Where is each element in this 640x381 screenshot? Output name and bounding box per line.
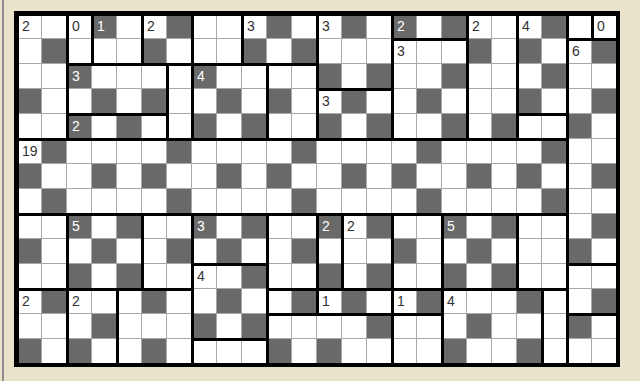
shaded-cell[interactable] [442,14,467,39]
white-cell[interactable] [592,139,617,164]
shaded-cell[interactable] [167,189,192,214]
shaded-cell[interactable] [217,164,242,189]
white-cell[interactable] [542,39,567,64]
white-cell[interactable] [67,89,92,114]
shaded-cell[interactable] [17,164,42,189]
white-cell[interactable] [392,214,417,239]
white-cell[interactable] [17,189,42,214]
white-cell[interactable] [42,214,67,239]
shaded-cell[interactable]: 5 [67,214,92,239]
white-cell[interactable] [467,289,492,314]
white-cell[interactable] [292,114,317,139]
shaded-cell[interactable] [167,14,192,39]
shaded-cell[interactable] [567,114,592,139]
white-cell[interactable] [442,239,467,264]
white-cell[interactable] [192,189,217,214]
shaded-cell[interactable]: 2 [392,14,417,39]
white-cell[interactable] [417,64,442,89]
white-cell[interactable] [392,64,417,89]
white-cell[interactable] [317,139,342,164]
white-cell[interactable] [467,114,492,139]
white-cell[interactable] [242,289,267,314]
shaded-cell[interactable] [517,289,542,314]
white-cell[interactable] [42,89,67,114]
white-cell[interactable] [317,39,342,64]
white-cell[interactable] [442,89,467,114]
white-cell[interactable] [417,114,442,139]
shaded-cell[interactable] [42,189,67,214]
shaded-cell[interactable] [192,114,217,139]
white-cell[interactable] [542,89,567,114]
white-cell[interactable] [367,164,392,189]
shaded-cell[interactable] [492,264,517,289]
white-cell[interactable]: 3 [242,14,267,39]
white-cell[interactable]: 3 [392,39,417,64]
shaded-cell[interactable] [92,239,117,264]
white-cell[interactable] [142,114,167,139]
white-cell[interactable] [342,139,367,164]
shaded-cell[interactable] [492,114,517,139]
white-cell[interactable] [67,39,92,64]
shaded-cell[interactable] [142,89,167,114]
white-cell[interactable] [342,314,367,339]
white-cell[interactable]: 2 [467,14,492,39]
white-cell[interactable]: 19 [17,139,42,164]
white-cell[interactable] [92,39,117,64]
shaded-cell[interactable] [417,89,442,114]
white-cell[interactable] [417,39,442,64]
shaded-cell[interactable] [442,64,467,89]
white-cell[interactable] [117,164,142,189]
shaded-cell[interactable] [317,339,342,364]
white-cell[interactable] [567,89,592,114]
white-cell[interactable] [192,339,217,364]
white-cell[interactable] [592,339,617,364]
white-cell[interactable] [492,14,517,39]
white-cell[interactable] [367,289,392,314]
white-cell[interactable] [517,114,542,139]
white-cell[interactable]: 0 [592,14,617,39]
white-cell[interactable] [267,314,292,339]
white-cell[interactable] [292,339,317,364]
shaded-cell[interactable] [292,189,317,214]
white-cell[interactable] [367,14,392,39]
shaded-cell[interactable] [242,264,267,289]
white-cell[interactable] [267,189,292,214]
white-cell[interactable] [542,164,567,189]
white-cell[interactable] [542,314,567,339]
white-cell[interactable] [592,189,617,214]
white-cell[interactable] [42,314,67,339]
white-cell[interactable] [17,214,42,239]
white-cell[interactable] [142,64,167,89]
shaded-cell[interactable] [317,64,342,89]
white-cell[interactable]: 0 [67,14,92,39]
shaded-cell[interactable] [142,339,167,364]
white-cell[interactable] [217,139,242,164]
white-cell[interactable] [42,339,67,364]
white-cell[interactable] [42,264,67,289]
white-cell[interactable] [492,239,517,264]
white-cell[interactable] [142,314,167,339]
shaded-cell[interactable] [67,339,92,364]
white-cell[interactable] [367,239,392,264]
shaded-cell[interactable] [467,39,492,64]
shaded-cell[interactable] [217,239,242,264]
white-cell[interactable] [292,14,317,39]
white-cell[interactable] [542,114,567,139]
white-cell[interactable] [542,264,567,289]
white-cell[interactable] [142,214,167,239]
white-cell[interactable] [567,164,592,189]
shaded-cell[interactable] [217,289,242,314]
white-cell[interactable] [442,139,467,164]
shaded-cell[interactable] [167,239,192,264]
shaded-cell[interactable] [267,164,292,189]
white-cell[interactable] [192,164,217,189]
white-cell[interactable] [542,339,567,364]
white-cell[interactable] [417,339,442,364]
white-cell[interactable] [292,64,317,89]
white-cell[interactable] [17,314,42,339]
white-cell[interactable]: 1 [317,289,342,314]
white-cell[interactable] [267,114,292,139]
white-cell[interactable] [367,89,392,114]
shaded-cell[interactable] [442,264,467,289]
shaded-cell[interactable] [317,114,342,139]
white-cell[interactable] [417,314,442,339]
shaded-cell[interactable] [17,239,42,264]
white-cell[interactable] [517,214,542,239]
shaded-cell[interactable] [117,214,142,239]
shaded-cell[interactable] [42,289,67,314]
shaded-cell[interactable] [542,14,567,39]
white-cell[interactable] [242,164,267,189]
shaded-cell[interactable] [417,189,442,214]
shaded-cell[interactable] [292,239,317,264]
white-cell[interactable] [567,139,592,164]
shaded-cell[interactable] [142,164,167,189]
white-cell[interactable] [192,39,217,64]
shaded-cell[interactable] [117,264,142,289]
white-cell[interactable] [492,289,517,314]
white-cell[interactable] [517,314,542,339]
white-cell[interactable] [117,189,142,214]
white-cell[interactable] [142,139,167,164]
white-cell[interactable] [317,189,342,214]
shaded-cell[interactable] [242,314,267,339]
white-cell[interactable] [267,289,292,314]
shaded-cell[interactable] [67,264,92,289]
white-cell[interactable] [392,314,417,339]
shaded-cell[interactable] [367,114,392,139]
white-cell[interactable] [342,39,367,64]
white-cell[interactable] [242,64,267,89]
shaded-cell[interactable] [117,114,142,139]
white-cell[interactable] [567,189,592,214]
shaded-cell[interactable] [542,64,567,89]
white-cell[interactable] [67,314,92,339]
white-cell[interactable] [42,14,67,39]
white-cell[interactable] [317,314,342,339]
white-cell[interactable] [117,89,142,114]
shaded-cell[interactable] [42,139,67,164]
white-cell[interactable] [492,89,517,114]
white-cell[interactable] [17,114,42,139]
white-cell[interactable] [217,339,242,364]
shaded-cell[interactable] [367,264,392,289]
white-cell[interactable] [542,214,567,239]
shaded-cell[interactable] [342,164,367,189]
white-cell[interactable] [192,139,217,164]
white-cell[interactable] [342,239,367,264]
white-cell[interactable] [542,239,567,264]
shaded-cell[interactable] [167,139,192,164]
shaded-cell[interactable] [267,14,292,39]
white-cell[interactable] [17,264,42,289]
shaded-cell[interactable] [267,339,292,364]
white-cell[interactable] [42,164,67,189]
shaded-cell[interactable] [242,114,267,139]
white-cell[interactable] [442,164,467,189]
white-cell[interactable] [167,214,192,239]
white-cell[interactable] [67,239,92,264]
shaded-cell[interactable] [192,314,217,339]
white-cell[interactable] [217,314,242,339]
white-cell[interactable]: 2 [67,289,92,314]
white-cell[interactable] [567,214,592,239]
shaded-cell[interactable] [342,289,367,314]
white-cell[interactable] [42,114,67,139]
white-cell[interactable] [292,89,317,114]
shaded-cell[interactable] [17,339,42,364]
shaded-cell[interactable] [367,64,392,89]
shaded-cell[interactable] [142,39,167,64]
shaded-cell[interactable] [292,39,317,64]
shaded-cell[interactable] [517,339,542,364]
white-cell[interactable] [542,289,567,314]
white-cell[interactable] [567,14,592,39]
white-cell[interactable] [492,139,517,164]
shaded-cell[interactable] [142,289,167,314]
white-cell[interactable]: 2 [142,14,167,39]
white-cell[interactable] [467,64,492,89]
shaded-cell[interactable] [92,314,117,339]
white-cell[interactable] [92,289,117,314]
white-cell[interactable] [392,339,417,364]
white-cell[interactable] [342,64,367,89]
white-cell[interactable] [167,264,192,289]
white-cell[interactable] [192,289,217,314]
shaded-cell[interactable] [392,239,417,264]
shaded-cell[interactable] [492,214,517,239]
white-cell[interactable] [442,314,467,339]
white-cell[interactable] [567,339,592,364]
white-cell[interactable] [142,239,167,264]
white-cell[interactable] [117,139,142,164]
white-cell[interactable]: 4 [442,289,467,314]
white-cell[interactable] [117,314,142,339]
white-cell[interactable] [292,264,317,289]
white-cell[interactable] [392,189,417,214]
white-cell[interactable] [217,39,242,64]
white-cell[interactable] [592,239,617,264]
white-cell[interactable] [417,14,442,39]
white-cell[interactable] [267,139,292,164]
shaded-cell[interactable] [592,289,617,314]
white-cell[interactable]: 3 [317,89,342,114]
shaded-cell[interactable] [542,139,567,164]
shaded-cell[interactable]: 3 [67,64,92,89]
white-cell[interactable] [467,139,492,164]
white-cell[interactable] [492,164,517,189]
shaded-cell[interactable] [317,264,342,289]
white-cell[interactable] [92,189,117,214]
shaded-cell[interactable] [592,164,617,189]
white-cell[interactable] [217,214,242,239]
shaded-cell[interactable] [467,164,492,189]
shaded-cell[interactable] [292,289,317,314]
shaded-cell[interactable] [242,214,267,239]
white-cell[interactable] [267,264,292,289]
white-cell[interactable] [167,339,192,364]
shaded-cell[interactable] [567,239,592,264]
white-cell[interactable] [567,289,592,314]
white-cell[interactable] [367,189,392,214]
white-cell[interactable] [292,314,317,339]
shaded-cell[interactable] [242,39,267,64]
white-cell[interactable] [167,39,192,64]
white-cell[interactable]: 2 [17,289,42,314]
white-cell[interactable] [217,64,242,89]
shaded-cell[interactable] [442,339,467,364]
white-cell[interactable] [117,39,142,64]
white-cell[interactable] [17,64,42,89]
white-cell[interactable] [192,239,217,264]
white-cell[interactable] [92,214,117,239]
shaded-cell[interactable]: 2 [317,214,342,239]
white-cell[interactable] [517,139,542,164]
white-cell[interactable] [192,89,217,114]
white-cell[interactable] [392,114,417,139]
white-cell[interactable] [292,214,317,239]
white-cell[interactable] [467,339,492,364]
white-cell[interactable] [217,114,242,139]
shaded-cell[interactable] [367,214,392,239]
white-cell[interactable] [17,39,42,64]
white-cell[interactable] [392,139,417,164]
white-cell[interactable] [42,64,67,89]
white-cell[interactable] [67,164,92,189]
shaded-cell[interactable] [442,114,467,139]
white-cell[interactable] [117,14,142,39]
white-cell[interactable] [267,64,292,89]
white-cell[interactable] [367,339,392,364]
white-cell[interactable]: 2 [17,14,42,39]
shaded-cell[interactable] [92,89,117,114]
white-cell[interactable] [317,239,342,264]
white-cell[interactable] [67,139,92,164]
white-cell[interactable] [517,239,542,264]
shaded-cell[interactable] [17,89,42,114]
white-cell[interactable] [517,264,542,289]
white-cell[interactable] [342,114,367,139]
white-cell[interactable] [117,339,142,364]
white-cell[interactable] [492,189,517,214]
shaded-cell[interactable] [467,239,492,264]
shaded-cell[interactable]: 5 [442,214,467,239]
white-cell[interactable] [567,264,592,289]
shaded-cell[interactable] [517,164,542,189]
shaded-cell[interactable] [42,39,67,64]
shaded-cell[interactable] [342,14,367,39]
white-cell[interactable] [342,339,367,364]
white-cell[interactable] [167,114,192,139]
white-cell[interactable] [392,264,417,289]
white-cell[interactable] [117,239,142,264]
white-cell[interactable] [167,89,192,114]
white-cell[interactable] [367,139,392,164]
white-cell[interactable] [342,189,367,214]
white-cell[interactable]: 6 [567,39,592,64]
white-cell[interactable]: 4 [192,264,217,289]
shaded-cell[interactable] [392,164,417,189]
white-cell[interactable] [142,189,167,214]
white-cell[interactable]: 4 [517,14,542,39]
white-cell[interactable] [517,189,542,214]
shaded-cell[interactable] [592,214,617,239]
white-cell[interactable]: 3 [317,14,342,39]
shaded-cell[interactable] [292,139,317,164]
white-cell[interactable] [367,39,392,64]
shaded-cell[interactable] [467,314,492,339]
white-cell[interactable] [567,64,592,89]
white-cell[interactable] [592,314,617,339]
white-cell[interactable] [492,39,517,64]
white-cell[interactable] [417,214,442,239]
white-cell[interactable] [442,189,467,214]
white-cell[interactable] [592,264,617,289]
white-cell[interactable] [117,289,142,314]
white-cell[interactable] [442,39,467,64]
white-cell[interactable] [167,289,192,314]
white-cell[interactable] [92,339,117,364]
white-cell[interactable] [592,114,617,139]
white-cell[interactable] [492,314,517,339]
white-cell[interactable]: 1 [392,289,417,314]
white-cell[interactable] [167,164,192,189]
shaded-cell[interactable] [342,89,367,114]
shaded-cell[interactable] [542,189,567,214]
white-cell[interactable] [467,89,492,114]
white-cell[interactable] [92,64,117,89]
white-cell[interactable] [267,214,292,239]
shaded-cell[interactable] [592,89,617,114]
shaded-cell[interactable]: 3 [192,214,217,239]
white-cell[interactable] [517,64,542,89]
white-cell[interactable] [492,339,517,364]
shaded-cell[interactable] [567,314,592,339]
shaded-cell[interactable] [417,289,442,314]
white-cell[interactable] [217,14,242,39]
white-cell[interactable] [192,14,217,39]
white-cell[interactable] [267,39,292,64]
white-cell[interactable]: 2 [342,214,367,239]
white-cell[interactable] [342,264,367,289]
shaded-cell[interactable] [517,89,542,114]
white-cell[interactable] [242,339,267,364]
white-cell[interactable] [242,139,267,164]
